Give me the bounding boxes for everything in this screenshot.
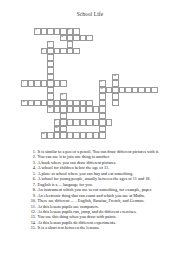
grid-cell[interactable]: [60, 80, 67, 87]
grid-cell[interactable]: [112, 100, 119, 107]
clue-number: 14: [100, 88, 103, 91]
clue-number: 12: [55, 127, 58, 130]
grid-cell[interactable]: [86, 35, 93, 42]
clue-number: 2: [68, 29, 69, 32]
worksheet-page: { "title": "School Life", "game": "cross…: [0, 0, 180, 255]
grid-cell[interactable]: [73, 48, 80, 55]
grid-cell[interactable]: [99, 132, 106, 139]
crossword-grid: 723911548145111061213: [21, 28, 158, 139]
grid-cell[interactable]: [106, 119, 113, 126]
clue-number: 15: [113, 75, 116, 78]
clue-list: 1.It is similar to a pen or a pencil. Yo…: [29, 149, 175, 231]
grid-cell[interactable]: [151, 87, 158, 94]
puzzle-title: School Life: [0, 11, 180, 17]
clue-number: 11: [22, 101, 24, 104]
clue-number: 13: [42, 133, 45, 136]
worksheet: School Life 723911548145111061213 1.It i…: [0, 0, 180, 255]
clue-number: 1: [42, 49, 43, 52]
clue-number: 10: [48, 107, 51, 110]
clue-number: 7: [35, 29, 36, 32]
clue-number: 5: [61, 94, 62, 97]
clue-number: 6: [55, 120, 56, 123]
clue-number: 9: [48, 42, 49, 45]
clue-number: 4: [22, 81, 23, 84]
clue-number: 8: [100, 81, 101, 84]
clue-item-text: It is a short rest between the lessons.: [38, 225, 175, 230]
clue-item: 15.It is a short rest between the lesson…: [29, 225, 175, 230]
clue-item-number: 15.: [29, 225, 36, 230]
clue-number: 3: [61, 36, 62, 39]
